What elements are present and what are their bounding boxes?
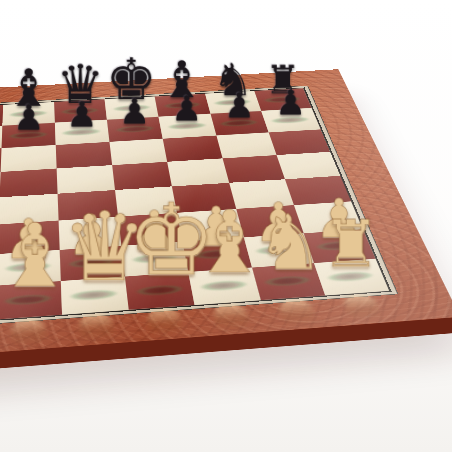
square-h5[interactable]	[276, 152, 340, 180]
black-pawn[interactable]: ♟	[108, 94, 161, 129]
piece-reflection	[79, 313, 114, 343]
black-pawn[interactable]: ♟	[2, 100, 55, 135]
square-c1[interactable]: ♝	[0, 281, 62, 320]
square-e7[interactable]: ♟	[107, 117, 163, 142]
square-e6[interactable]	[109, 139, 167, 166]
black-pawn[interactable]: ♟	[161, 91, 213, 126]
squares: ♜♞♝♛♚♝♞♜♟♟♟♟♟♟♟♟♟♟♟♟♟♟♟♟♜♞♝♛♚♝♞♜	[0, 87, 392, 331]
square-d6[interactable]	[56, 142, 113, 169]
piece-reflection	[342, 294, 384, 323]
square-c5[interactable]	[0, 168, 57, 197]
piece-reflection	[277, 298, 317, 327]
white-bishop[interactable]: ♝	[0, 213, 61, 300]
white-rook[interactable]: ♜	[319, 212, 383, 277]
photo-viewport: ♜♞♝♛♚♝♞♜♟♟♟♟♟♟♟♟♟♟♟♟♟♟♟♟♜♞♝♛♚♝♞♜	[0, 0, 452, 452]
black-pawn[interactable]: ♟	[213, 88, 265, 123]
scene: ♜♞♝♛♚♝♞♜♟♟♟♟♟♟♟♟♟♟♟♟♟♟♟♟♜♞♝♛♚♝♞♜	[0, 0, 452, 452]
square-h7[interactable]: ♟	[261, 108, 320, 132]
square-g5[interactable]	[222, 155, 285, 183]
black-pawn[interactable]: ♟	[55, 97, 108, 132]
square-f7[interactable]: ♟	[159, 114, 216, 139]
square-g7[interactable]: ♟	[210, 111, 268, 135]
square-g6[interactable]	[216, 132, 276, 158]
piece-reflection	[146, 308, 183, 338]
square-d5[interactable]	[56, 165, 115, 194]
square-d7[interactable]: ♟	[55, 120, 110, 145]
black-pawn[interactable]: ♟	[264, 86, 316, 120]
square-h1[interactable]: ♜	[314, 259, 389, 296]
square-h6[interactable]	[268, 129, 330, 155]
board-inner-frame: ♜♞♝♛♚♝♞♜♟♟♟♟♟♟♟♟♟♟♟♟♟♟♟♟♜♞♝♛♚♝♞♜	[0, 86, 398, 335]
square-f6[interactable]	[163, 135, 222, 161]
square-c6[interactable]	[0, 145, 56, 172]
chessboard: ♜♞♝♛♚♝♞♜♟♟♟♟♟♟♟♟♟♟♟♟♟♟♟♟♜♞♝♛♚♝♞♜	[0, 69, 452, 368]
square-c7[interactable]: ♟	[1, 123, 55, 148]
piece-reflection	[212, 303, 251, 333]
